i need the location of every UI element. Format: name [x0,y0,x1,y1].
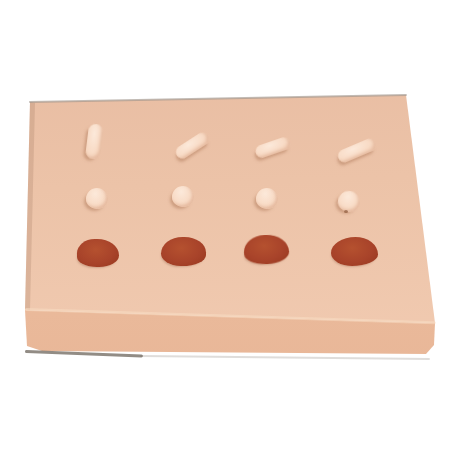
skin-tag [85,123,104,160]
lesion-cell [310,171,396,226]
skin-tag [173,130,211,161]
lesion-cell [139,116,225,171]
lesion-cell [224,225,310,280]
freckle-spot [344,210,348,213]
lesion-cell [139,225,225,280]
skin-tag [254,135,292,159]
mole [331,237,378,266]
pad-bottom-shadow-faint [140,355,430,360]
lesion-cell [224,171,310,226]
mole [161,237,206,266]
lesion-cell [53,116,139,171]
papule [256,188,278,209]
lesion-cell [224,116,310,171]
product-photo [0,0,460,460]
skin-tag [336,137,378,165]
papule [337,190,362,214]
lesion-cell [310,116,396,171]
papule [86,188,108,209]
mole [244,234,290,265]
lesion-cell [139,171,225,226]
lesion-cell [310,225,396,280]
lesion-cell [53,171,139,226]
lesion-grid [53,116,395,280]
papule [172,186,194,207]
mole [77,239,119,267]
lesion-cell [53,225,139,280]
